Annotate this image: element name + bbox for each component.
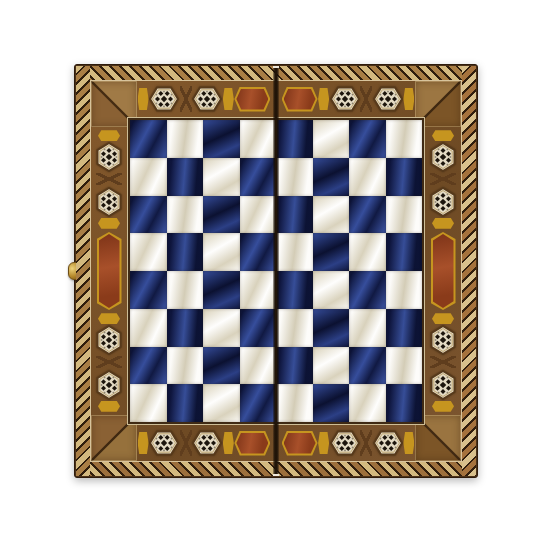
yellow-wedge — [223, 88, 234, 110]
square-e8[interactable] — [276, 120, 313, 158]
yellow-wedge — [223, 432, 234, 454]
square-h2[interactable] — [386, 347, 423, 385]
yellow-wedge — [432, 401, 454, 412]
border-strip-right-upper — [425, 127, 461, 232]
square-e5[interactable] — [276, 233, 313, 271]
square-g8[interactable] — [349, 120, 386, 158]
red-inlay-panel — [282, 87, 318, 112]
square-d7[interactable] — [240, 158, 277, 196]
yellow-wedge — [403, 432, 414, 454]
square-g3[interactable] — [349, 309, 386, 347]
square-c2[interactable] — [203, 347, 240, 385]
red-inlay-panel — [234, 431, 270, 456]
square-b2[interactable] — [167, 347, 204, 385]
square-b1[interactable] — [167, 384, 204, 422]
red-inlay-panel — [282, 431, 318, 456]
square-d5[interactable] — [240, 233, 277, 271]
square-c5[interactable] — [203, 233, 240, 271]
square-e7[interactable] — [276, 158, 313, 196]
square-e2[interactable] — [276, 347, 313, 385]
rosette-medallion — [373, 430, 403, 456]
square-h8[interactable] — [386, 120, 423, 158]
square-e1[interactable] — [276, 384, 313, 422]
border-strip-left-upper — [91, 127, 127, 232]
red-inlay-panel — [234, 87, 270, 112]
square-d8[interactable] — [240, 120, 277, 158]
square-b7[interactable] — [167, 158, 204, 196]
rosette-medallion — [96, 370, 122, 400]
square-g7[interactable] — [349, 158, 386, 196]
yellow-wedge — [432, 313, 454, 324]
yellow-wedge — [98, 218, 120, 229]
x-ribbon — [180, 86, 192, 112]
square-d3[interactable] — [240, 309, 277, 347]
rosette-medallion — [96, 187, 122, 217]
rope-border-left — [76, 66, 90, 476]
x-ribbon — [360, 430, 372, 456]
square-g4[interactable] — [349, 271, 386, 309]
square-e4[interactable] — [276, 271, 313, 309]
square-h6[interactable] — [386, 196, 423, 234]
x-ribbon — [96, 173, 122, 185]
square-f6[interactable] — [313, 196, 350, 234]
border-strip-right — [424, 127, 461, 415]
square-a7[interactable] — [130, 158, 167, 196]
square-e3[interactable] — [276, 309, 313, 347]
rosette-medallion — [330, 430, 360, 456]
border-strip-bottom-right-half — [281, 425, 415, 461]
square-g1[interactable] — [349, 384, 386, 422]
yellow-wedge — [432, 130, 454, 141]
rosette-medallion — [192, 430, 222, 456]
x-ribbon — [360, 86, 372, 112]
border-strip-left-lower — [91, 310, 127, 415]
rosette-medallion — [192, 86, 222, 112]
square-a8[interactable] — [130, 120, 167, 158]
square-c6[interactable] — [203, 196, 240, 234]
square-e6[interactable] — [276, 196, 313, 234]
square-f8[interactable] — [313, 120, 350, 158]
square-f1[interactable] — [313, 384, 350, 422]
border-strip-right-lower — [425, 310, 461, 415]
square-c4[interactable] — [203, 271, 240, 309]
square-a1[interactable] — [130, 384, 167, 422]
rope-border-right — [462, 66, 476, 476]
x-ribbon — [180, 430, 192, 456]
square-g5[interactable] — [349, 233, 386, 271]
square-a5[interactable] — [130, 233, 167, 271]
yellow-wedge — [138, 432, 149, 454]
square-h7[interactable] — [386, 158, 423, 196]
square-c3[interactable] — [203, 309, 240, 347]
yellow-wedge — [318, 88, 329, 110]
rosette-medallion — [430, 187, 456, 217]
border-strip-top-left-half — [137, 81, 271, 117]
rosette-medallion — [430, 142, 456, 172]
x-ribbon — [430, 173, 456, 185]
square-f7[interactable] — [313, 158, 350, 196]
square-d2[interactable] — [240, 347, 277, 385]
rosette-medallion — [149, 86, 179, 112]
square-b3[interactable] — [167, 309, 204, 347]
square-a2[interactable] — [130, 347, 167, 385]
rosette-medallion — [149, 430, 179, 456]
square-h1[interactable] — [386, 384, 423, 422]
folding-chess-board — [74, 64, 478, 478]
border-strip-bottom-left-half — [137, 425, 271, 461]
border-strip-top-right-half — [281, 81, 415, 117]
rosette-medallion — [330, 86, 360, 112]
square-f2[interactable] — [313, 347, 350, 385]
square-g6[interactable] — [349, 196, 386, 234]
square-h5[interactable] — [386, 233, 423, 271]
square-f5[interactable] — [313, 233, 350, 271]
yellow-wedge — [98, 401, 120, 412]
square-f3[interactable] — [313, 309, 350, 347]
square-b4[interactable] — [167, 271, 204, 309]
x-ribbon — [430, 356, 456, 368]
x-ribbon — [96, 356, 122, 368]
square-h4[interactable] — [386, 271, 423, 309]
yellow-wedge — [318, 432, 329, 454]
square-b8[interactable] — [167, 120, 204, 158]
square-d1[interactable] — [240, 384, 277, 422]
yellow-wedge — [98, 313, 120, 324]
square-d6[interactable] — [240, 196, 277, 234]
red-inlay-panel — [97, 232, 122, 310]
square-a3[interactable] — [130, 309, 167, 347]
square-f4[interactable] — [313, 271, 350, 309]
square-c8[interactable] — [203, 120, 240, 158]
square-h3[interactable] — [386, 309, 423, 347]
square-a4[interactable] — [130, 271, 167, 309]
square-c7[interactable] — [203, 158, 240, 196]
rosette-medallion — [430, 325, 456, 355]
fold-seam — [273, 66, 279, 476]
scene — [0, 0, 550, 550]
yellow-wedge — [432, 218, 454, 229]
rosette-medallion — [96, 142, 122, 172]
square-d4[interactable] — [240, 271, 277, 309]
yellow-wedge — [138, 88, 149, 110]
square-b5[interactable] — [167, 233, 204, 271]
square-b6[interactable] — [167, 196, 204, 234]
square-a6[interactable] — [130, 196, 167, 234]
yellow-wedge — [403, 88, 414, 110]
red-inlay-panel — [431, 232, 456, 310]
rosette-medallion — [96, 325, 122, 355]
border-strip-left — [91, 127, 128, 415]
yellow-wedge — [98, 130, 120, 141]
square-g2[interactable] — [349, 347, 386, 385]
rosette-medallion — [373, 86, 403, 112]
square-c1[interactable] — [203, 384, 240, 422]
rosette-medallion — [430, 370, 456, 400]
